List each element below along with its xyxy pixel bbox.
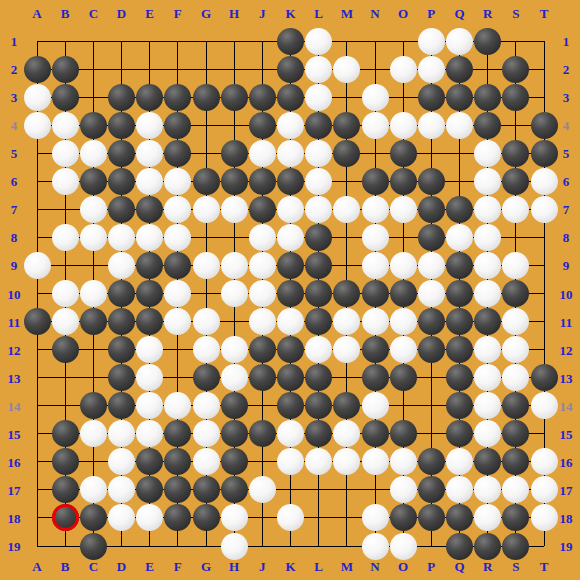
stone-k4[interactable] (277, 112, 304, 139)
stone-g14[interactable] (193, 392, 220, 419)
stone-e15[interactable] (136, 420, 163, 447)
stone-q18[interactable] (446, 504, 473, 531)
stone-n15[interactable] (362, 420, 389, 447)
stone-o4[interactable] (390, 112, 417, 139)
stone-a4[interactable] (24, 112, 51, 139)
stone-c6[interactable] (80, 168, 107, 195)
row-label-left: 4 (11, 119, 18, 132)
stone-l14[interactable] (305, 392, 332, 419)
stone-b4[interactable] (52, 112, 79, 139)
row-label-right: 16 (560, 455, 573, 468)
stone-h3[interactable] (221, 84, 248, 111)
stone-k12[interactable] (277, 336, 304, 363)
stone-t7[interactable] (531, 196, 558, 223)
stone-k15[interactable] (277, 420, 304, 447)
stone-n10[interactable] (362, 280, 389, 307)
stone-e9[interactable] (136, 252, 163, 279)
row-label-left: 6 (11, 175, 18, 188)
stone-j3[interactable] (249, 84, 276, 111)
stone-h13[interactable] (221, 364, 248, 391)
stone-o17[interactable] (390, 476, 417, 503)
row-label-right: 10 (560, 287, 573, 300)
stone-t14[interactable] (531, 392, 558, 419)
stone-b16[interactable] (52, 448, 79, 475)
stone-r1[interactable] (474, 28, 501, 55)
stone-s10[interactable] (502, 280, 529, 307)
stone-j15[interactable] (249, 420, 276, 447)
stone-s11[interactable] (502, 308, 529, 335)
stone-h12[interactable] (221, 336, 248, 363)
stone-l10[interactable] (305, 280, 332, 307)
stone-n14[interactable] (362, 392, 389, 419)
stone-h18[interactable] (221, 504, 248, 531)
stone-l16[interactable] (305, 448, 332, 475)
stone-h15[interactable] (221, 420, 248, 447)
stone-b17[interactable] (52, 476, 79, 503)
stone-r18[interactable] (474, 504, 501, 531)
stone-f11[interactable] (164, 308, 191, 335)
stone-k11[interactable] (277, 308, 304, 335)
stone-r3[interactable] (474, 84, 501, 111)
stone-k10[interactable] (277, 280, 304, 307)
stone-r9[interactable] (474, 252, 501, 279)
stone-r12[interactable] (474, 336, 501, 363)
stone-q17[interactable] (446, 476, 473, 503)
stone-l6[interactable] (305, 168, 332, 195)
column-label-top: R (483, 7, 492, 20)
stone-n13[interactable] (362, 364, 389, 391)
row-label-right: 18 (560, 511, 573, 524)
stone-q14[interactable] (446, 392, 473, 419)
stone-o15[interactable] (390, 420, 417, 447)
stone-s16[interactable] (502, 448, 529, 475)
stone-d14[interactable] (108, 392, 135, 419)
stone-f17[interactable] (164, 476, 191, 503)
stone-d9[interactable] (108, 252, 135, 279)
stone-l15[interactable] (305, 420, 332, 447)
stone-j8[interactable] (249, 224, 276, 251)
row-label-right: 9 (563, 259, 570, 272)
stone-m11[interactable] (333, 308, 360, 335)
stone-l11[interactable] (305, 308, 332, 335)
stone-s14[interactable] (502, 392, 529, 419)
stone-n4[interactable] (362, 112, 389, 139)
stone-s7[interactable] (502, 196, 529, 223)
stone-o2[interactable] (390, 56, 417, 83)
stone-e13[interactable] (136, 364, 163, 391)
row-label-right: 12 (560, 343, 573, 356)
stone-g7[interactable] (193, 196, 220, 223)
stone-p4[interactable] (418, 112, 445, 139)
stone-d8[interactable] (108, 224, 135, 251)
stone-f7[interactable] (164, 196, 191, 223)
stone-e11[interactable] (136, 308, 163, 335)
stone-t4[interactable] (531, 112, 558, 139)
stone-m16[interactable] (333, 448, 360, 475)
stone-m4[interactable] (333, 112, 360, 139)
column-label-bottom: J (259, 560, 266, 573)
row-label-left: 5 (11, 147, 18, 160)
stone-n8[interactable] (362, 224, 389, 251)
stone-p2[interactable] (418, 56, 445, 83)
row-label-right: 6 (563, 175, 570, 188)
stone-m2[interactable] (333, 56, 360, 83)
stone-b12[interactable] (52, 336, 79, 363)
stone-b10[interactable] (52, 280, 79, 307)
stone-r7[interactable] (474, 196, 501, 223)
stone-j5[interactable] (249, 140, 276, 167)
stone-p7[interactable] (418, 196, 445, 223)
stone-d10[interactable] (108, 280, 135, 307)
stone-g16[interactable] (193, 448, 220, 475)
stone-j9[interactable] (249, 252, 276, 279)
stone-q7[interactable] (446, 196, 473, 223)
stone-h19[interactable] (221, 533, 248, 560)
stone-h5[interactable] (221, 140, 248, 167)
stone-l1[interactable] (305, 28, 332, 55)
column-label-top: L (314, 7, 323, 20)
column-label-top: S (512, 7, 519, 20)
stone-h17[interactable] (221, 476, 248, 503)
stone-n11[interactable] (362, 308, 389, 335)
stone-h14[interactable] (221, 392, 248, 419)
column-label-top: M (341, 7, 353, 20)
stone-t5[interactable] (531, 140, 558, 167)
column-label-bottom: P (427, 560, 435, 573)
stone-r11[interactable] (474, 308, 501, 335)
column-label-top: O (398, 7, 408, 20)
stone-d12[interactable] (108, 336, 135, 363)
stone-p1[interactable] (418, 28, 445, 55)
stone-b8[interactable] (52, 224, 79, 251)
stone-q3[interactable] (446, 84, 473, 111)
stone-e5[interactable] (136, 140, 163, 167)
stone-r16[interactable] (474, 448, 501, 475)
stone-c5[interactable] (80, 140, 107, 167)
stone-e17[interactable] (136, 476, 163, 503)
stone-l5[interactable] (305, 140, 332, 167)
stone-p16[interactable] (418, 448, 445, 475)
stone-o18[interactable] (390, 504, 417, 531)
column-label-bottom: C (89, 560, 98, 573)
stone-o10[interactable] (390, 280, 417, 307)
stone-p17[interactable] (418, 476, 445, 503)
stone-h10[interactable] (221, 280, 248, 307)
stone-e4[interactable] (136, 112, 163, 139)
stone-c7[interactable] (80, 196, 107, 223)
stone-t17[interactable] (531, 476, 558, 503)
stone-f3[interactable] (164, 84, 191, 111)
stone-r15[interactable] (474, 420, 501, 447)
stone-q11[interactable] (446, 308, 473, 335)
stone-l3[interactable] (305, 84, 332, 111)
column-label-top: D (117, 7, 126, 20)
column-label-top: K (285, 7, 295, 20)
column-label-bottom: R (483, 560, 492, 573)
stone-j10[interactable] (249, 280, 276, 307)
stone-n9[interactable] (362, 252, 389, 279)
stone-p9[interactable] (418, 252, 445, 279)
column-label-bottom: D (117, 560, 126, 573)
stone-a2[interactable] (24, 56, 51, 83)
stone-j13[interactable] (249, 364, 276, 391)
stone-k7[interactable] (277, 196, 304, 223)
column-label-bottom: B (61, 560, 70, 573)
stone-q15[interactable] (446, 420, 473, 447)
stone-q9[interactable] (446, 252, 473, 279)
stone-d18[interactable] (108, 504, 135, 531)
stone-o16[interactable] (390, 448, 417, 475)
stone-r6[interactable] (474, 168, 501, 195)
stone-e6[interactable] (136, 168, 163, 195)
stone-e18[interactable] (136, 504, 163, 531)
column-label-top: Q (454, 7, 464, 20)
stone-k14[interactable] (277, 392, 304, 419)
stone-s13[interactable] (502, 364, 529, 391)
stone-q1[interactable] (446, 28, 473, 55)
stone-r14[interactable] (474, 392, 501, 419)
stone-t13[interactable] (531, 364, 558, 391)
stone-s17[interactable] (502, 476, 529, 503)
stone-r19[interactable] (474, 533, 501, 560)
stone-c19[interactable] (80, 533, 107, 560)
column-label-bottom: M (341, 560, 353, 573)
stone-g15[interactable] (193, 420, 220, 447)
stone-p3[interactable] (418, 84, 445, 111)
stone-d15[interactable] (108, 420, 135, 447)
stone-q12[interactable] (446, 336, 473, 363)
stone-d4[interactable] (108, 112, 135, 139)
stone-b6[interactable] (52, 168, 79, 195)
stone-s18[interactable] (502, 504, 529, 531)
stone-o5[interactable] (390, 140, 417, 167)
stone-c17[interactable] (80, 476, 107, 503)
stone-e14[interactable] (136, 392, 163, 419)
stone-p6[interactable] (418, 168, 445, 195)
stone-p8[interactable] (418, 224, 445, 251)
stone-s5[interactable] (502, 140, 529, 167)
stone-k5[interactable] (277, 140, 304, 167)
column-label-top: A (32, 7, 41, 20)
stone-d5[interactable] (108, 140, 135, 167)
stone-s12[interactable] (502, 336, 529, 363)
stone-r10[interactable] (474, 280, 501, 307)
stone-f16[interactable] (164, 448, 191, 475)
stone-f6[interactable] (164, 168, 191, 195)
stone-n18[interactable] (362, 504, 389, 531)
stone-g18[interactable] (193, 504, 220, 531)
stone-g9[interactable] (193, 252, 220, 279)
stone-c18[interactable] (80, 504, 107, 531)
stone-g12[interactable] (193, 336, 220, 363)
stone-j6[interactable] (249, 168, 276, 195)
stone-c8[interactable] (80, 224, 107, 251)
stone-a3[interactable] (24, 84, 51, 111)
stone-g3[interactable] (193, 84, 220, 111)
stone-j17[interactable] (249, 476, 276, 503)
stone-f8[interactable] (164, 224, 191, 251)
row-label-right: 19 (560, 540, 573, 553)
stone-k16[interactable] (277, 448, 304, 475)
stone-q4[interactable] (446, 112, 473, 139)
stone-f10[interactable] (164, 280, 191, 307)
stone-r17[interactable] (474, 476, 501, 503)
stone-c10[interactable] (80, 280, 107, 307)
row-label-right: 7 (563, 203, 570, 216)
stone-c14[interactable] (80, 392, 107, 419)
stone-k2[interactable] (277, 56, 304, 83)
stone-d16[interactable] (108, 448, 135, 475)
stone-p11[interactable] (418, 308, 445, 335)
stone-o7[interactable] (390, 196, 417, 223)
stone-j12[interactable] (249, 336, 276, 363)
stone-n16[interactable] (362, 448, 389, 475)
row-label-right: 4 (563, 119, 570, 132)
stone-f9[interactable] (164, 252, 191, 279)
row-label-left: 14 (8, 399, 21, 412)
stone-d3[interactable] (108, 84, 135, 111)
stone-q16[interactable] (446, 448, 473, 475)
stone-k18[interactable] (277, 504, 304, 531)
stone-n7[interactable] (362, 196, 389, 223)
stone-c4[interactable] (80, 112, 107, 139)
stone-l12[interactable] (305, 336, 332, 363)
row-label-right: 2 (563, 63, 570, 76)
stone-q13[interactable] (446, 364, 473, 391)
stone-k13[interactable] (277, 364, 304, 391)
stone-e7[interactable] (136, 196, 163, 223)
stone-c15[interactable] (80, 420, 107, 447)
column-label-top: H (229, 7, 239, 20)
stone-o19[interactable] (390, 533, 417, 560)
stone-h7[interactable] (221, 196, 248, 223)
stone-e8[interactable] (136, 224, 163, 251)
stone-l13[interactable] (305, 364, 332, 391)
stone-l4[interactable] (305, 112, 332, 139)
stone-s2[interactable] (502, 56, 529, 83)
stone-o9[interactable] (390, 252, 417, 279)
stone-q8[interactable] (446, 224, 473, 251)
stone-o13[interactable] (390, 364, 417, 391)
stone-o11[interactable] (390, 308, 417, 335)
stone-q2[interactable] (446, 56, 473, 83)
stone-d11[interactable] (108, 308, 135, 335)
stone-b11[interactable] (52, 308, 79, 335)
stone-h16[interactable] (221, 448, 248, 475)
stone-e3[interactable] (136, 84, 163, 111)
stone-m5[interactable] (333, 140, 360, 167)
stone-t18[interactable] (531, 504, 558, 531)
stone-m12[interactable] (333, 336, 360, 363)
stone-k8[interactable] (277, 224, 304, 251)
row-label-left: 10 (8, 287, 21, 300)
stone-p18[interactable] (418, 504, 445, 531)
stone-n6[interactable] (362, 168, 389, 195)
stone-a11[interactable] (24, 308, 51, 335)
stone-q19[interactable] (446, 533, 473, 560)
stone-l9[interactable] (305, 252, 332, 279)
stone-f5[interactable] (164, 140, 191, 167)
stone-f4[interactable] (164, 112, 191, 139)
stone-r8[interactable] (474, 224, 501, 251)
stone-f18[interactable] (164, 504, 191, 531)
column-label-top: J (259, 7, 266, 20)
stone-h9[interactable] (221, 252, 248, 279)
stone-q10[interactable] (446, 280, 473, 307)
stone-g11[interactable] (193, 308, 220, 335)
stone-r13[interactable] (474, 364, 501, 391)
stone-o12[interactable] (390, 336, 417, 363)
stone-m14[interactable] (333, 392, 360, 419)
stone-j11[interactable] (249, 308, 276, 335)
stone-s6[interactable] (502, 168, 529, 195)
stone-b5[interactable] (52, 140, 79, 167)
stone-l7[interactable] (305, 196, 332, 223)
stone-k9[interactable] (277, 252, 304, 279)
stone-e16[interactable] (136, 448, 163, 475)
stone-j4[interactable] (249, 112, 276, 139)
stone-b2[interactable] (52, 56, 79, 83)
stone-s15[interactable] (502, 420, 529, 447)
stone-b3[interactable] (52, 84, 79, 111)
stone-t6[interactable] (531, 168, 558, 195)
stone-p12[interactable] (418, 336, 445, 363)
stone-d6[interactable] (108, 168, 135, 195)
stone-s19[interactable] (502, 533, 529, 560)
stone-n12[interactable] (362, 336, 389, 363)
row-label-left: 11 (8, 315, 20, 328)
stone-g17[interactable] (193, 476, 220, 503)
stone-p10[interactable] (418, 280, 445, 307)
stone-k3[interactable] (277, 84, 304, 111)
stone-s3[interactable] (502, 84, 529, 111)
stone-k6[interactable] (277, 168, 304, 195)
column-label-bottom: K (285, 560, 295, 573)
row-label-left: 12 (8, 343, 21, 356)
stone-k1[interactable] (277, 28, 304, 55)
stone-r5[interactable] (474, 140, 501, 167)
stone-j7[interactable] (249, 196, 276, 223)
stone-m10[interactable] (333, 280, 360, 307)
stone-t16[interactable] (531, 448, 558, 475)
stone-d13[interactable] (108, 364, 135, 391)
stone-l8[interactable] (305, 224, 332, 251)
column-label-top: G (201, 7, 211, 20)
stone-b15[interactable] (52, 420, 79, 447)
stone-f15[interactable] (164, 420, 191, 447)
stone-e12[interactable] (136, 336, 163, 363)
stone-d17[interactable] (108, 476, 135, 503)
stone-n3[interactable] (362, 84, 389, 111)
stone-o6[interactable] (390, 168, 417, 195)
stone-c11[interactable] (80, 308, 107, 335)
stone-f14[interactable] (164, 392, 191, 419)
stone-m15[interactable] (333, 420, 360, 447)
row-label-left: 13 (8, 371, 21, 384)
stone-l2[interactable] (305, 56, 332, 83)
stone-a9[interactable] (24, 252, 51, 279)
stone-h6[interactable] (221, 168, 248, 195)
column-label-bottom: H (229, 560, 239, 573)
stone-e10[interactable] (136, 280, 163, 307)
stone-m7[interactable] (333, 196, 360, 223)
stone-d7[interactable] (108, 196, 135, 223)
stone-g6[interactable] (193, 168, 220, 195)
stone-g13[interactable] (193, 364, 220, 391)
stone-s9[interactable] (502, 252, 529, 279)
stone-r4[interactable] (474, 112, 501, 139)
stone-n19[interactable] (362, 533, 389, 560)
